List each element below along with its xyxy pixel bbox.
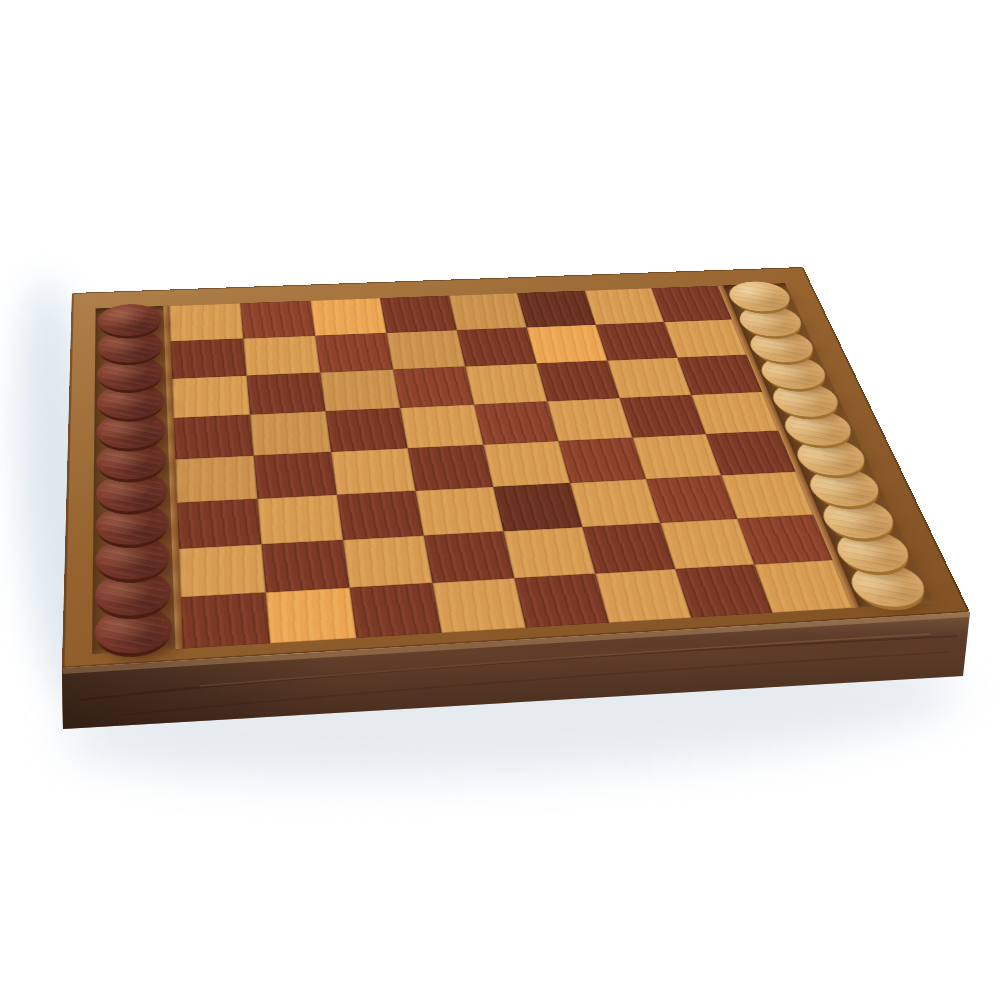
checker-light-piece: [724, 281, 796, 313]
square-e7: [457, 327, 537, 366]
square-c5: [326, 408, 408, 452]
square-b5: [250, 411, 331, 455]
square-a1: [181, 592, 270, 648]
square-g7: [596, 322, 678, 360]
square-e1: [514, 574, 609, 628]
tray-slot: [755, 358, 832, 388]
square-b8: [240, 301, 315, 339]
square-a4: [175, 456, 257, 503]
square-a7: [171, 339, 247, 379]
square-d5: [400, 405, 483, 449]
square-b2: [261, 540, 349, 593]
square-b1: [266, 588, 357, 644]
square-e5: [474, 401, 558, 444]
square-d1: [432, 578, 525, 633]
square-d6: [393, 366, 474, 407]
square-b6: [247, 373, 326, 415]
square-a3: [177, 499, 261, 549]
square-d3: [415, 487, 503, 536]
tray-slot: [744, 332, 820, 360]
square-d7: [386, 330, 465, 369]
square-f8: [517, 291, 596, 328]
tray-and-board-area: [92, 283, 934, 654]
tray-slot: [733, 307, 807, 334]
square-c7: [315, 333, 393, 373]
checkers-board-photo: [0, 0, 1000, 1000]
square-f3: [570, 479, 660, 527]
tray-slot: [766, 384, 845, 415]
square-c6: [320, 369, 400, 411]
square-a8: [169, 303, 243, 341]
tray-slot: [778, 412, 858, 444]
square-a2: [179, 544, 266, 597]
tray-slot: [723, 283, 796, 309]
dark-pieces-tray: [92, 306, 176, 654]
square-b7: [243, 336, 320, 376]
square-a5: [174, 415, 254, 460]
square-c3: [337, 491, 424, 540]
square-g3: [646, 475, 737, 523]
square-f7: [527, 325, 608, 364]
square-e3: [493, 483, 582, 531]
square-f5: [547, 398, 632, 441]
tray-slot: [829, 533, 916, 570]
square-a6: [172, 376, 250, 418]
tray-slot: [790, 440, 872, 473]
square-e8: [449, 293, 527, 330]
square-e4: [483, 441, 570, 487]
square-f1: [595, 569, 691, 623]
square-d8: [380, 296, 457, 333]
square-e6: [465, 363, 547, 404]
square-d2: [424, 531, 515, 583]
square-c4: [331, 448, 415, 494]
square-b4: [254, 452, 337, 499]
square-c8: [310, 298, 386, 336]
square-e2: [503, 527, 595, 578]
tray-slot: [95, 358, 166, 388]
tray-slot: [816, 501, 902, 537]
square-g8: [585, 288, 665, 325]
tray-slot: [95, 306, 164, 334]
square-d4: [408, 445, 494, 491]
tray-slot: [803, 470, 887, 504]
square-f4: [558, 438, 646, 483]
tray-slot: [843, 566, 932, 605]
square-f6: [537, 361, 620, 402]
square-f2: [582, 523, 675, 574]
square-c2: [343, 536, 432, 588]
square-c1: [350, 583, 442, 638]
square-b3: [257, 495, 343, 545]
tray-slot: [95, 332, 165, 361]
